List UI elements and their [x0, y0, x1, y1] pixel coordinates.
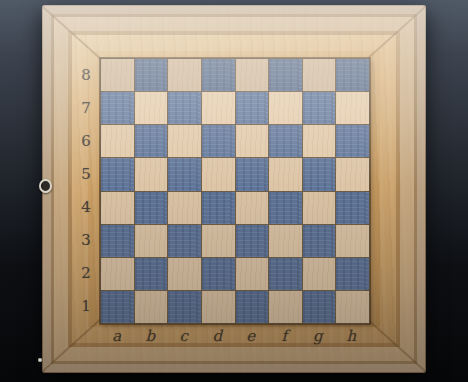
frame-miter-joint-top-left — [42, 6, 103, 61]
rank-label-5: 5 — [74, 157, 98, 190]
square-c4[interactable] — [168, 192, 201, 224]
square-d2[interactable] — [202, 258, 235, 290]
square-g7[interactable] — [303, 92, 336, 124]
square-b7[interactable] — [135, 92, 168, 124]
rank-label-1: 1 — [74, 289, 98, 322]
square-c1[interactable] — [168, 291, 201, 323]
square-h3[interactable] — [336, 225, 369, 257]
square-a1[interactable] — [101, 291, 134, 323]
square-a4[interactable] — [101, 192, 134, 224]
square-a6[interactable] — [101, 125, 134, 157]
square-d8[interactable] — [202, 59, 235, 91]
rank-label-7: 7 — [74, 91, 98, 124]
square-d7[interactable] — [202, 92, 235, 124]
square-a7[interactable] — [101, 92, 134, 124]
square-g3[interactable] — [303, 225, 336, 257]
square-g4[interactable] — [303, 192, 336, 224]
square-d1[interactable] — [202, 291, 235, 323]
square-a3[interactable] — [101, 225, 134, 257]
square-b5[interactable] — [135, 158, 168, 190]
rank-label-4: 4 — [74, 190, 98, 223]
file-label-b: b — [134, 327, 168, 345]
square-e7[interactable] — [236, 92, 269, 124]
square-e6[interactable] — [236, 125, 269, 157]
square-e1[interactable] — [236, 291, 269, 323]
square-a2[interactable] — [101, 258, 134, 290]
file-label-f: f — [268, 327, 302, 345]
square-e8[interactable] — [236, 59, 269, 91]
square-g6[interactable] — [303, 125, 336, 157]
square-f7[interactable] — [269, 92, 302, 124]
square-a5[interactable] — [101, 158, 134, 190]
file-label-h: h — [335, 327, 369, 345]
square-f1[interactable] — [269, 291, 302, 323]
file-label-a: a — [100, 327, 134, 345]
square-e5[interactable] — [236, 158, 269, 190]
chessboard-frame: 87654321 abcdefgh — [42, 5, 426, 373]
square-h2[interactable] — [336, 258, 369, 290]
file-label-d: d — [201, 327, 235, 345]
square-c7[interactable] — [168, 92, 201, 124]
square-g8[interactable] — [303, 59, 336, 91]
square-f3[interactable] — [269, 225, 302, 257]
frame-chip-speck — [38, 358, 42, 362]
frame-miter-joint-top-right — [365, 6, 426, 61]
square-f5[interactable] — [269, 158, 302, 190]
square-d4[interactable] — [202, 192, 235, 224]
square-c5[interactable] — [168, 158, 201, 190]
square-h5[interactable] — [336, 158, 369, 190]
square-b8[interactable] — [135, 59, 168, 91]
square-d5[interactable] — [202, 158, 235, 190]
hanging-ring — [39, 179, 52, 193]
square-g1[interactable] — [303, 291, 336, 323]
square-d6[interactable] — [202, 125, 235, 157]
square-g2[interactable] — [303, 258, 336, 290]
square-c6[interactable] — [168, 125, 201, 157]
file-label-g: g — [301, 327, 335, 345]
square-e2[interactable] — [236, 258, 269, 290]
square-b1[interactable] — [135, 291, 168, 323]
frame-miter-joint-bottom-right — [365, 317, 426, 372]
rank-label-8: 8 — [74, 58, 98, 91]
rank-label-3: 3 — [74, 223, 98, 256]
square-e4[interactable] — [236, 192, 269, 224]
square-h4[interactable] — [336, 192, 369, 224]
square-e3[interactable] — [236, 225, 269, 257]
frame-miter-joint-bottom-left — [42, 317, 103, 372]
file-labels: abcdefgh — [100, 327, 368, 345]
square-b6[interactable] — [135, 125, 168, 157]
rank-labels: 87654321 — [74, 58, 98, 322]
file-label-c: c — [167, 327, 201, 345]
square-h8[interactable] — [336, 59, 369, 91]
square-c2[interactable] — [168, 258, 201, 290]
square-b2[interactable] — [135, 258, 168, 290]
square-f8[interactable] — [269, 59, 302, 91]
square-g5[interactable] — [303, 158, 336, 190]
square-h7[interactable] — [336, 92, 369, 124]
square-h1[interactable] — [336, 291, 369, 323]
chess-board — [100, 58, 370, 324]
square-c8[interactable] — [168, 59, 201, 91]
square-c3[interactable] — [168, 225, 201, 257]
square-h6[interactable] — [336, 125, 369, 157]
rank-label-6: 6 — [74, 124, 98, 157]
square-b3[interactable] — [135, 225, 168, 257]
square-b4[interactable] — [135, 192, 168, 224]
square-f4[interactable] — [269, 192, 302, 224]
square-f6[interactable] — [269, 125, 302, 157]
photo-background: 87654321 abcdefgh — [0, 0, 468, 382]
square-f2[interactable] — [269, 258, 302, 290]
square-a8[interactable] — [101, 59, 134, 91]
rank-label-2: 2 — [74, 256, 98, 289]
square-d3[interactable] — [202, 225, 235, 257]
file-label-e: e — [234, 327, 268, 345]
